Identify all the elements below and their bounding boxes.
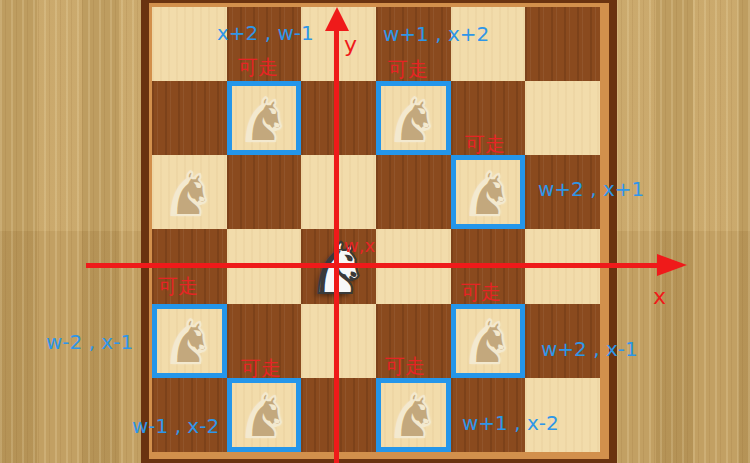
move-label-top-left: x+2 , w-1 [217,22,314,44]
square-r3c5[interactable]: ♞ [451,155,526,229]
origin-label: w,x [344,236,375,256]
knight-silhouette: ♞ [461,164,515,224]
square-r5c1[interactable]: ♞ [152,304,227,378]
y-axis-label: y [344,33,357,57]
can-move-label: 可走 [241,357,281,379]
y-axis-arrowhead-icon [325,7,349,31]
knight-silhouette: ♞ [386,386,440,446]
square-r6c2[interactable]: ♞ [227,378,302,452]
square-r6c4[interactable]: ♞ [376,378,451,452]
square-r2c2[interactable]: ♞ [227,81,302,155]
knight-silhouette: ♞ [162,164,216,224]
move-label-bottom-right: w+1 , x-2 [462,412,559,434]
square-r1c1 [152,7,227,81]
knight-moves-tutorial-screen: { "game": { "name": "chess", "descriptio… [0,0,750,463]
can-move-label: 可走 [238,56,278,78]
x-axis-label: x [653,285,666,309]
knight-silhouette: ♞ [237,90,291,150]
chess-board-frame: ♞♞♞♞♞♞♞♞♞ [141,0,617,463]
can-move-label: 可走 [461,281,501,303]
x-axis-line [86,263,658,268]
move-label-right-lower: w+2 , x-1 [541,338,638,360]
square-r2c4[interactable]: ♞ [376,81,451,155]
y-axis-line [334,26,339,463]
move-label-bottom-left: w-1 , x-2 [132,415,219,437]
can-move-label: 可走 [388,58,428,80]
square-r5c5[interactable]: ♞ [451,304,526,378]
knight-silhouette: ♞ [386,90,440,150]
square-r2c1 [152,81,227,155]
knight-silhouette: ♞ [461,312,515,372]
square-r3c4 [376,155,451,229]
can-move-label: 可走 [385,355,425,377]
knight-silhouette: ♞ [162,312,216,372]
square-r3c1: ♞ [152,155,227,229]
move-label-left: w-2 , x-1 [46,331,133,353]
move-label-top-right: w+1 , x+2 [383,23,489,45]
square-r1c6 [525,7,600,81]
can-move-label: 可走 [465,133,505,155]
square-r2c6 [525,81,600,155]
knight-silhouette: ♞ [237,386,291,446]
square-r3c2 [227,155,302,229]
board-grid: ♞♞♞♞♞♞♞♞♞ [152,7,600,452]
can-move-label: 可走 [158,275,198,297]
move-label-right-upper: w+2 , x+1 [538,178,644,200]
x-axis-arrowhead-icon [657,254,687,276]
